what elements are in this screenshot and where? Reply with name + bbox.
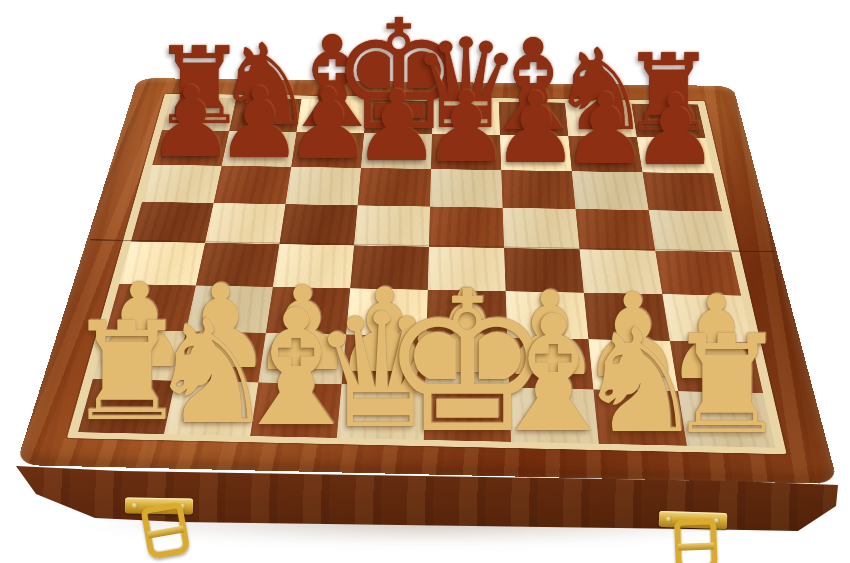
square-g1 bbox=[593, 389, 686, 445]
latch-hasp bbox=[140, 501, 190, 560]
square-e5 bbox=[429, 207, 504, 248]
square-f4 bbox=[504, 248, 584, 293]
brass-latch-right bbox=[659, 511, 728, 529]
square-b3 bbox=[186, 285, 273, 332]
square-c3 bbox=[266, 287, 350, 335]
square-b5 bbox=[205, 203, 285, 244]
square-h3 bbox=[662, 294, 751, 342]
square-g6 bbox=[572, 171, 649, 210]
square-a4 bbox=[119, 242, 205, 286]
square-f2 bbox=[507, 338, 593, 390]
square-b6 bbox=[214, 166, 292, 204]
chess-board-grid bbox=[78, 97, 775, 448]
square-h2 bbox=[670, 341, 763, 393]
square-h1 bbox=[678, 391, 775, 447]
square-c1 bbox=[250, 382, 341, 437]
square-b1 bbox=[164, 381, 258, 436]
square-b7 bbox=[222, 131, 297, 167]
square-c7 bbox=[291, 132, 364, 168]
square-h4 bbox=[655, 251, 741, 296]
square-e4 bbox=[428, 247, 506, 292]
square-e1 bbox=[424, 386, 511, 442]
square-c5 bbox=[279, 204, 357, 245]
square-b4 bbox=[196, 243, 280, 287]
square-f8 bbox=[499, 102, 568, 136]
square-f5 bbox=[503, 208, 580, 250]
square-a1 bbox=[78, 379, 175, 434]
square-c8 bbox=[297, 99, 368, 133]
latch-hasp-bar bbox=[678, 542, 714, 550]
square-a6 bbox=[142, 165, 222, 203]
square-a5 bbox=[131, 202, 214, 243]
latch-screw-icon bbox=[666, 516, 672, 522]
latch-screw-icon bbox=[132, 503, 138, 509]
brass-latch-left bbox=[125, 497, 193, 514]
square-h6 bbox=[643, 172, 723, 211]
square-g4 bbox=[580, 249, 663, 294]
chess-board bbox=[16, 78, 838, 484]
square-d4 bbox=[350, 245, 429, 289]
square-d2 bbox=[342, 334, 427, 385]
square-g8 bbox=[565, 103, 637, 137]
product-photo-stage: ♜♞♝♚♛♝♞♜♟♟♟♟♟♟♟♟♟♟♟♟♟♟♟♟♜♞♝♛♚♝♞♜ bbox=[0, 0, 850, 563]
square-d3 bbox=[346, 288, 428, 336]
square-d5 bbox=[354, 205, 430, 246]
square-e3 bbox=[427, 290, 508, 338]
square-e2 bbox=[425, 336, 509, 388]
square-d1 bbox=[337, 384, 425, 440]
square-g5 bbox=[576, 209, 656, 251]
square-f3 bbox=[506, 291, 589, 339]
square-a7 bbox=[152, 130, 229, 166]
square-f7 bbox=[500, 135, 572, 171]
square-e6 bbox=[430, 169, 503, 208]
latch-hasp-bar bbox=[147, 525, 184, 538]
square-g7 bbox=[568, 136, 642, 172]
square-a3 bbox=[106, 284, 195, 331]
square-c2 bbox=[258, 333, 346, 384]
square-d8 bbox=[364, 100, 433, 134]
square-d6 bbox=[358, 168, 431, 207]
square-c6 bbox=[285, 167, 360, 206]
square-h5 bbox=[649, 210, 732, 252]
square-g3 bbox=[584, 293, 670, 341]
square-b2 bbox=[175, 331, 265, 382]
square-c4 bbox=[273, 244, 354, 288]
square-a2 bbox=[93, 330, 186, 381]
square-b8 bbox=[229, 98, 301, 132]
square-a8 bbox=[162, 97, 236, 131]
square-f1 bbox=[509, 388, 599, 444]
square-f6 bbox=[501, 170, 575, 209]
square-h8 bbox=[631, 104, 705, 138]
square-g2 bbox=[588, 339, 678, 391]
square-d7 bbox=[361, 133, 432, 169]
latch-hasp bbox=[674, 518, 718, 563]
square-e8 bbox=[432, 101, 500, 135]
square-h7 bbox=[637, 137, 714, 174]
square-e7 bbox=[431, 134, 501, 170]
